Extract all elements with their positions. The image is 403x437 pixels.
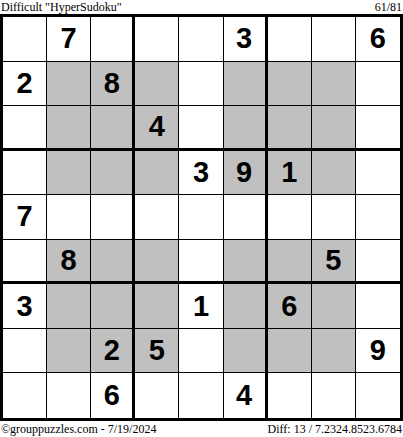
cell-r7c2[interactable] [47, 284, 91, 329]
cell-r9c5[interactable] [179, 373, 223, 418]
cell-r6c8[interactable]: 5 [312, 240, 356, 285]
cell-r8c7[interactable] [268, 329, 312, 374]
copyright-date: ©grouppuzzles.com - 7/19/2024 [1, 422, 156, 437]
cell-r1c4[interactable] [135, 17, 179, 62]
empty-cell-counter: 61/81 [375, 1, 402, 14]
cell-r7c3[interactable] [91, 284, 135, 329]
cell-r5c5[interactable] [179, 195, 223, 240]
sudoku-board: 73628439178531625964 [0, 14, 403, 421]
cell-r1c6[interactable]: 3 [224, 17, 268, 62]
cell-r7c1[interactable]: 3 [3, 284, 47, 329]
cell-r9c6[interactable]: 4 [224, 373, 268, 418]
cell-r1c5[interactable] [179, 17, 223, 62]
cell-r6c3[interactable] [91, 240, 135, 285]
cell-r2c4[interactable] [135, 62, 179, 107]
cell-r6c7[interactable] [268, 240, 312, 285]
cell-r4c6[interactable]: 9 [224, 151, 268, 196]
cell-r7c5[interactable]: 1 [179, 284, 223, 329]
cell-r8c9[interactable]: 9 [356, 329, 400, 374]
cell-r9c9[interactable] [356, 373, 400, 418]
cell-r8c1[interactable] [3, 329, 47, 374]
cell-r7c6[interactable] [224, 284, 268, 329]
cell-r7c9[interactable] [356, 284, 400, 329]
cell-r3c1[interactable] [3, 106, 47, 151]
cell-r4c9[interactable] [356, 151, 400, 196]
cell-r8c5[interactable] [179, 329, 223, 374]
cell-r2c8[interactable] [312, 62, 356, 107]
cell-r6c5[interactable] [179, 240, 223, 285]
cell-r9c7[interactable] [268, 373, 312, 418]
cell-r5c8[interactable] [312, 195, 356, 240]
cell-r7c4[interactable] [135, 284, 179, 329]
cell-r4c2[interactable] [47, 151, 91, 196]
cell-r5c4[interactable] [135, 195, 179, 240]
cell-r3c3[interactable] [91, 106, 135, 151]
cell-r9c2[interactable] [47, 373, 91, 418]
puzzle-title: Difficult "HyperSudoku" [1, 1, 122, 14]
cell-r3c5[interactable] [179, 106, 223, 151]
cell-r3c7[interactable] [268, 106, 312, 151]
cell-r9c1[interactable] [3, 373, 47, 418]
cell-r7c7[interactable]: 6 [268, 284, 312, 329]
cell-r8c2[interactable] [47, 329, 91, 374]
cell-r3c8[interactable] [312, 106, 356, 151]
cell-r5c1[interactable]: 7 [3, 195, 47, 240]
cell-r6c9[interactable] [356, 240, 400, 285]
cell-r1c8[interactable] [312, 17, 356, 62]
cell-r6c2[interactable]: 8 [47, 240, 91, 285]
puzzle-page: Difficult "HyperSudoku" 61/81 7362843917… [0, 0, 403, 437]
cell-r7c8[interactable] [312, 284, 356, 329]
cell-r6c1[interactable] [3, 240, 47, 285]
cell-r1c1[interactable] [3, 17, 47, 62]
cell-r2c2[interactable] [47, 62, 91, 107]
cell-r8c3[interactable]: 2 [91, 329, 135, 374]
cell-r2c5[interactable] [179, 62, 223, 107]
cell-r9c4[interactable] [135, 373, 179, 418]
cell-r6c6[interactable] [224, 240, 268, 285]
cell-r8c4[interactable]: 5 [135, 329, 179, 374]
cell-r4c4[interactable] [135, 151, 179, 196]
cell-r3c4[interactable]: 4 [135, 106, 179, 151]
cell-r9c3[interactable]: 6 [91, 373, 135, 418]
difficulty-rating: Diff: 13 / 7.2324.8523.6784 [268, 422, 402, 437]
cell-r1c9[interactable]: 6 [356, 17, 400, 62]
cell-r5c6[interactable] [224, 195, 268, 240]
cell-r8c6[interactable] [224, 329, 268, 374]
cell-r3c2[interactable] [47, 106, 91, 151]
cell-r2c3[interactable]: 8 [91, 62, 135, 107]
cell-r1c3[interactable] [91, 17, 135, 62]
cell-r8c8[interactable] [312, 329, 356, 374]
cell-r5c7[interactable] [268, 195, 312, 240]
cell-r4c7[interactable]: 1 [268, 151, 312, 196]
cell-r2c9[interactable] [356, 62, 400, 107]
cell-r2c7[interactable] [268, 62, 312, 107]
cell-r5c2[interactable] [47, 195, 91, 240]
cell-r3c9[interactable] [356, 106, 400, 151]
cell-r5c3[interactable] [91, 195, 135, 240]
cell-r9c8[interactable] [312, 373, 356, 418]
cell-r2c6[interactable] [224, 62, 268, 107]
cell-r1c2[interactable]: 7 [47, 17, 91, 62]
cell-r5c9[interactable] [356, 195, 400, 240]
cell-r1c7[interactable] [268, 17, 312, 62]
cell-r4c1[interactable] [3, 151, 47, 196]
cell-r4c8[interactable] [312, 151, 356, 196]
header: Difficult "HyperSudoku" 61/81 [0, 0, 403, 14]
footer: ©grouppuzzles.com - 7/19/2024 Diff: 13 /… [0, 421, 403, 437]
cell-r3c6[interactable] [224, 106, 268, 151]
cell-r6c4[interactable] [135, 240, 179, 285]
cell-r4c3[interactable] [91, 151, 135, 196]
cell-r4c5[interactable]: 3 [179, 151, 223, 196]
cell-r2c1[interactable]: 2 [3, 62, 47, 107]
